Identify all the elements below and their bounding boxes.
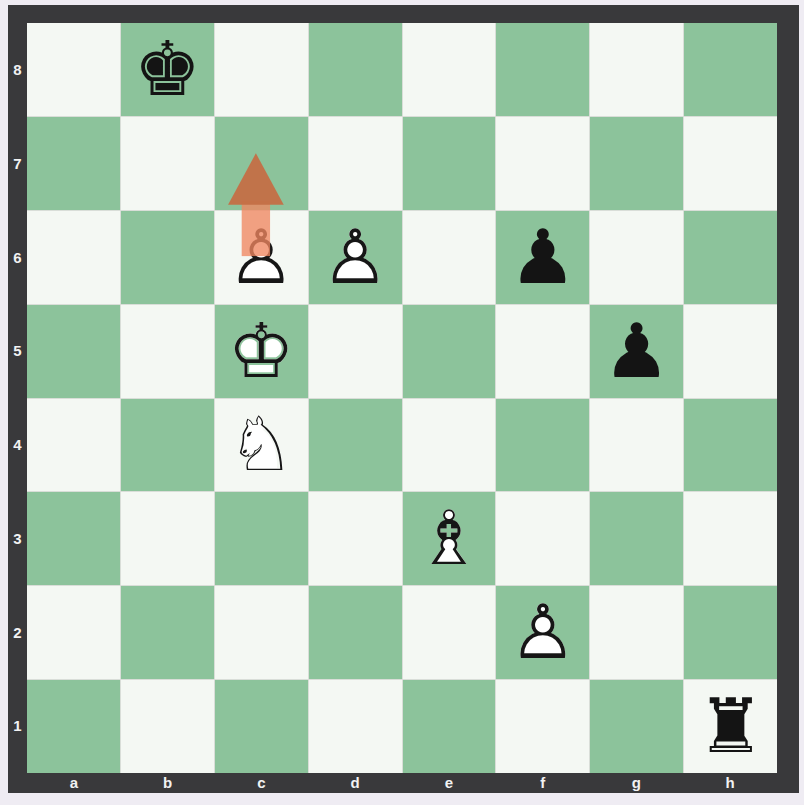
square-h5[interactable] <box>684 305 777 398</box>
square-e8[interactable] <box>403 23 496 116</box>
board-frame: ♚♟♙♟♙♟♚♔♟♞♘♝♗♟♙♜ 87654321 abcdefgh <box>8 5 799 793</box>
square-b8[interactable]: ♚ <box>121 23 214 116</box>
square-d5[interactable] <box>309 305 402 398</box>
square-f5[interactable] <box>496 305 589 398</box>
square-g5[interactable]: ♟ <box>590 305 683 398</box>
square-g1[interactable] <box>590 680 683 773</box>
file-label: a <box>27 773 121 793</box>
square-g4[interactable] <box>590 399 683 492</box>
square-f6[interactable]: ♟ <box>496 211 589 304</box>
square-b1[interactable] <box>121 680 214 773</box>
piece-fill: ♟ <box>603 314 670 389</box>
square-f8[interactable] <box>496 23 589 116</box>
piece-outline: ♔ <box>228 314 295 389</box>
rank-label: 4 <box>8 398 27 492</box>
square-b5[interactable] <box>121 305 214 398</box>
piece-black-pawn[interactable]: ♟ <box>509 220 576 295</box>
square-e6[interactable] <box>403 211 496 304</box>
piece-outline: ♙ <box>321 220 388 295</box>
piece-white-pawn[interactable]: ♟♙ <box>321 220 388 295</box>
rank-label: 3 <box>8 492 27 586</box>
piece-outline: ♘ <box>228 407 295 482</box>
square-h3[interactable] <box>684 492 777 585</box>
square-c7[interactable] <box>215 117 308 210</box>
square-a4[interactable] <box>27 399 120 492</box>
square-a6[interactable] <box>27 211 120 304</box>
piece-outline: ♙ <box>228 220 295 295</box>
square-h2[interactable] <box>684 586 777 679</box>
square-c5[interactable]: ♚♔ <box>215 305 308 398</box>
square-e7[interactable] <box>403 117 496 210</box>
square-c8[interactable] <box>215 23 308 116</box>
square-g7[interactable] <box>590 117 683 210</box>
file-label: b <box>121 773 215 793</box>
piece-white-king[interactable]: ♚♔ <box>228 314 295 389</box>
rank-label: 5 <box>8 304 27 398</box>
square-a7[interactable] <box>27 117 120 210</box>
piece-fill: ♜ <box>697 689 764 764</box>
square-g2[interactable] <box>590 586 683 679</box>
square-h6[interactable] <box>684 211 777 304</box>
piece-outline: ♗ <box>415 501 482 576</box>
piece-fill: ♟ <box>509 220 576 295</box>
piece-black-rook[interactable]: ♜ <box>697 689 764 764</box>
square-a2[interactable] <box>27 586 120 679</box>
piece-outline: ♙ <box>509 595 576 670</box>
rank-label: 2 <box>8 586 27 680</box>
square-f1[interactable] <box>496 680 589 773</box>
square-c6[interactable]: ♟♙ <box>215 211 308 304</box>
square-g6[interactable] <box>590 211 683 304</box>
square-b4[interactable] <box>121 399 214 492</box>
square-c3[interactable] <box>215 492 308 585</box>
square-b2[interactable] <box>121 586 214 679</box>
square-h4[interactable] <box>684 399 777 492</box>
square-c2[interactable] <box>215 586 308 679</box>
square-d6[interactable]: ♟♙ <box>309 211 402 304</box>
square-f2[interactable]: ♟♙ <box>496 586 589 679</box>
square-d8[interactable] <box>309 23 402 116</box>
piece-white-bishop[interactable]: ♝♗ <box>415 501 482 576</box>
square-f4[interactable] <box>496 399 589 492</box>
square-f7[interactable] <box>496 117 589 210</box>
file-label: c <box>215 773 309 793</box>
square-d3[interactable] <box>309 492 402 585</box>
square-d4[interactable] <box>309 399 402 492</box>
square-a1[interactable] <box>27 680 120 773</box>
rank-label: 1 <box>8 679 27 773</box>
piece-white-knight[interactable]: ♞♘ <box>228 407 295 482</box>
square-b6[interactable] <box>121 211 214 304</box>
piece-fill: ♚ <box>134 32 201 107</box>
piece-black-pawn[interactable]: ♟ <box>603 314 670 389</box>
square-d2[interactable] <box>309 586 402 679</box>
square-d7[interactable] <box>309 117 402 210</box>
rank-label: 6 <box>8 211 27 305</box>
rank-label: 7 <box>8 117 27 211</box>
square-d1[interactable] <box>309 680 402 773</box>
piece-white-pawn[interactable]: ♟♙ <box>228 220 295 295</box>
file-label: f <box>496 773 590 793</box>
file-label: d <box>308 773 402 793</box>
file-label: g <box>590 773 684 793</box>
piece-black-king[interactable]: ♚ <box>134 32 201 107</box>
rank-label: 8 <box>8 23 27 117</box>
square-a5[interactable] <box>27 305 120 398</box>
piece-white-pawn[interactable]: ♟♙ <box>509 595 576 670</box>
square-f3[interactable] <box>496 492 589 585</box>
square-b3[interactable] <box>121 492 214 585</box>
square-e3[interactable]: ♝♗ <box>403 492 496 585</box>
square-g3[interactable] <box>590 492 683 585</box>
file-label: h <box>683 773 777 793</box>
square-h8[interactable] <box>684 23 777 116</box>
square-h1[interactable]: ♜ <box>684 680 777 773</box>
square-c1[interactable] <box>215 680 308 773</box>
square-e4[interactable] <box>403 399 496 492</box>
square-c4[interactable]: ♞♘ <box>215 399 308 492</box>
board: ♚♟♙♟♙♟♚♔♟♞♘♝♗♟♙♜ <box>27 23 777 773</box>
square-a3[interactable] <box>27 492 120 585</box>
square-e1[interactable] <box>403 680 496 773</box>
square-g8[interactable] <box>590 23 683 116</box>
square-e5[interactable] <box>403 305 496 398</box>
square-a8[interactable] <box>27 23 120 116</box>
square-b7[interactable] <box>121 117 214 210</box>
square-e2[interactable] <box>403 586 496 679</box>
chess-app-page: ♚♟♙♟♙♟♚♔♟♞♘♝♗♟♙♜ 87654321 abcdefgh <box>0 0 804 805</box>
file-label: e <box>402 773 496 793</box>
square-h7[interactable] <box>684 117 777 210</box>
